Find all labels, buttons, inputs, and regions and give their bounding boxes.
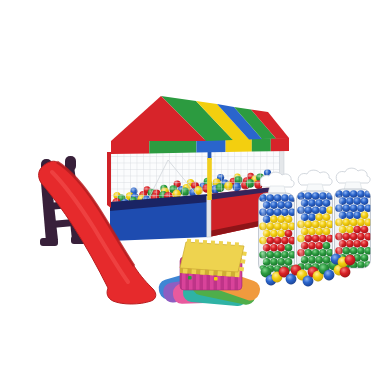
bag-ball	[350, 219, 358, 227]
bag-ball	[274, 208, 282, 216]
bag-ball	[315, 214, 323, 222]
bag-ball	[308, 242, 316, 250]
bag-ball	[312, 206, 320, 214]
bag-ball	[305, 221, 313, 229]
bag-ball	[343, 204, 351, 212]
bag-ball	[315, 242, 323, 250]
bag-ball	[357, 190, 365, 198]
bag-ball	[285, 258, 293, 266]
bag-ball	[277, 258, 285, 266]
bag-ball	[343, 247, 351, 255]
bag-ball	[319, 192, 327, 200]
bag-ball	[270, 201, 278, 209]
bag-ball	[357, 219, 365, 227]
bag-ball	[267, 237, 275, 245]
bag-ball	[353, 197, 361, 205]
bag-ball	[361, 240, 369, 248]
bag-ball	[361, 197, 369, 205]
bag-ball	[346, 226, 354, 234]
bag-ball	[350, 190, 358, 198]
bag-ball	[267, 251, 275, 259]
bag-ball	[346, 240, 354, 248]
valance-segment	[196, 139, 225, 153]
bag-ball	[343, 219, 351, 227]
bag-ball	[308, 228, 316, 236]
bag-ball	[277, 230, 285, 238]
bag-ball	[312, 192, 320, 200]
bag-ball	[270, 244, 278, 252]
bag-ball	[353, 212, 361, 220]
bag-ball	[319, 235, 327, 243]
product-photo-canvas	[0, 0, 375, 375]
bag-ball	[319, 206, 327, 214]
bag-ball	[305, 192, 313, 200]
bag-ball	[270, 230, 278, 238]
bag-gloss	[262, 199, 266, 263]
bag-ball	[353, 240, 361, 248]
bag-ball	[361, 226, 369, 234]
mat-fleck	[214, 277, 218, 281]
bag-ball	[285, 216, 293, 224]
bag-ball	[312, 249, 320, 257]
valance-segment	[252, 138, 271, 151]
bag-ball	[308, 256, 316, 264]
valance-segment	[226, 139, 252, 153]
bag-ball	[308, 214, 316, 222]
bag-ball	[267, 194, 275, 202]
bag-ball	[323, 228, 331, 236]
bag-ball	[281, 208, 289, 216]
ball-bags	[259, 168, 373, 273]
bag-ball	[312, 221, 320, 229]
bag-ball	[285, 230, 293, 238]
bag-ball	[361, 254, 369, 262]
bag-ball	[357, 204, 365, 212]
bag-ball	[267, 223, 275, 231]
bag-ball	[319, 221, 327, 229]
valance-segment	[149, 140, 196, 154]
loose-ball	[324, 270, 335, 281]
foam-mats	[156, 241, 262, 307]
bag-ball	[305, 249, 313, 257]
bag-ball	[277, 244, 285, 252]
bag-ball	[323, 199, 331, 207]
bag-ball	[353, 226, 361, 234]
bag-ball	[312, 235, 320, 243]
bag-ball	[350, 247, 358, 255]
bag-ball	[270, 258, 278, 266]
bag-ball	[274, 237, 282, 245]
bag-ball	[315, 256, 323, 264]
valance-segment	[271, 138, 289, 151]
bag-ball	[323, 214, 331, 222]
bag-ball	[350, 204, 358, 212]
bag-top-tie	[298, 170, 332, 185]
bag-ball	[274, 194, 282, 202]
bag-ball	[285, 244, 293, 252]
bag-ball	[346, 212, 354, 220]
bag-ball	[274, 251, 282, 259]
bag-ball	[315, 228, 323, 236]
bag-ball	[277, 216, 285, 224]
valance-segment	[111, 140, 149, 154]
mat-fleck	[188, 276, 192, 280]
bag-ball	[323, 242, 331, 250]
bag-ball	[274, 223, 282, 231]
ladder-foot	[40, 238, 58, 246]
ball-bag-2	[297, 170, 335, 271]
bag-ball	[285, 201, 293, 209]
bag-ball	[319, 249, 327, 257]
bag-ball	[357, 247, 365, 255]
bag-ball	[357, 233, 365, 241]
bag-ball	[343, 190, 351, 198]
bag-ball	[281, 223, 289, 231]
bag-ball	[281, 194, 289, 202]
bag-ball	[346, 197, 354, 205]
loose-ball	[345, 255, 356, 266]
center-pole-yellow	[207, 158, 212, 200]
bag-ball	[343, 233, 351, 241]
bag-ball	[281, 251, 289, 259]
product-photo	[0, 0, 375, 375]
bag-gloss	[338, 195, 342, 259]
ball-bag-3	[335, 168, 373, 269]
corner-pole-lower	[207, 196, 211, 237]
bag-ball	[308, 199, 316, 207]
bag-ball	[270, 216, 278, 224]
bag-top-tie	[336, 168, 370, 183]
loose-ball	[340, 267, 351, 278]
bag-ball	[361, 212, 369, 220]
bag-ball	[267, 208, 275, 216]
bag-gloss	[300, 197, 304, 261]
bag-ball	[305, 235, 313, 243]
pit-left-edge	[107, 152, 111, 208]
top-mat	[180, 242, 244, 272]
bag-ball	[315, 199, 323, 207]
bag-ball	[305, 206, 313, 214]
ball-bag-1	[259, 172, 297, 273]
bag-ball	[350, 233, 358, 241]
bag-ball	[281, 237, 289, 245]
bag-ball	[277, 201, 285, 209]
